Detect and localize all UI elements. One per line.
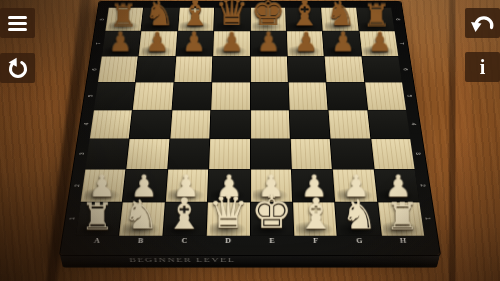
square-e2[interactable]: ♟ (250, 170, 291, 202)
coordinate-label: G (337, 237, 382, 247)
piece-shadow (295, 187, 332, 202)
coordinate-label: 7 (383, 40, 421, 47)
piece-shadow (326, 45, 359, 56)
square-g5[interactable] (327, 83, 367, 110)
board-front-edge: BEGINNER LEVEL (60, 255, 440, 268)
square-d8[interactable]: ♛ (214, 8, 249, 31)
square-d2[interactable]: ♟ (208, 170, 249, 202)
coordinate-label: B (118, 237, 163, 247)
square-f4[interactable] (290, 110, 330, 138)
square-g7[interactable]: ♟ (323, 31, 361, 55)
square-g6[interactable] (325, 56, 364, 82)
coordinate-label: H (381, 237, 426, 247)
info-icon: i (480, 57, 486, 77)
coordinate-label: 8 (83, 16, 120, 23)
coordinate-label: 4 (66, 120, 107, 129)
rotate-board-button[interactable] (0, 53, 35, 83)
menu-button[interactable] (0, 8, 35, 38)
coordinate-label: 6 (75, 65, 114, 73)
coordinate-label: 3 (61, 149, 103, 158)
piece-shadow (216, 21, 247, 32)
coordinate-label: C (162, 237, 206, 247)
piece-shadow (166, 221, 204, 237)
piece-shadow (339, 221, 378, 237)
difficulty-label: BEGINNER LEVEL (129, 257, 236, 263)
piece-white-queen[interactable]: ♛ (208, 192, 249, 235)
piece-shadow (180, 21, 212, 32)
square-c7[interactable]: ♟ (176, 31, 213, 55)
piece-shadow (289, 45, 321, 56)
square-g4[interactable] (329, 110, 370, 138)
piece-black-knight[interactable]: ♞ (144, 0, 174, 30)
square-c4[interactable] (170, 110, 210, 138)
piece-white-bishop[interactable]: ♝ (296, 194, 335, 235)
square-e8[interactable]: ♚ (250, 8, 285, 31)
piece-white-pawn[interactable]: ♟ (215, 172, 242, 201)
piece-white-pawn[interactable]: ♟ (300, 172, 327, 201)
piece-shadow (209, 221, 247, 237)
piece-shadow (122, 221, 161, 237)
square-f6[interactable] (288, 56, 326, 82)
piece-black-pawn[interactable]: ♟ (294, 30, 318, 55)
piece-white-knight[interactable]: ♞ (123, 197, 159, 235)
piece-shadow (324, 21, 356, 32)
piece-black-bishop[interactable]: ♝ (288, 0, 320, 30)
undo-icon (470, 11, 496, 35)
square-g8[interactable]: ♞ (321, 8, 358, 31)
coordinate-label: 8 (380, 16, 417, 23)
square-b5[interactable] (133, 83, 173, 110)
coordinate-label: 5 (70, 92, 110, 100)
board-squares: ♜♞♝♛♚♝♞♜♟♟♟♟♟♟♟♟♟♟♟♟♟♟♟♟♜♞♝♛♚♝♞♜ (76, 8, 424, 236)
square-f1[interactable]: ♝ (293, 202, 337, 235)
coordinate-label: 4 (394, 120, 435, 129)
square-f2[interactable]: ♟ (292, 170, 335, 202)
coordinate-label: 2 (402, 180, 445, 189)
table-surface: ♜♞♝♛♚♝♞♜♟♟♟♟♟♟♟♟♟♟♟♟♟♟♟♟♜♞♝♛♚♝♞♜ 8765432… (0, 0, 500, 281)
square-f3[interactable] (291, 139, 332, 169)
piece-shadow (337, 187, 375, 202)
coordinate-label: D (206, 237, 250, 247)
piece-shadow (126, 187, 164, 202)
piece-shadow (178, 45, 210, 56)
piece-shadow (253, 45, 285, 56)
square-f8[interactable]: ♝ (286, 8, 322, 31)
piece-black-king[interactable]: ♚ (251, 0, 285, 30)
piece-shadow (141, 45, 174, 56)
square-e7[interactable]: ♟ (250, 31, 286, 55)
piece-shadow (211, 187, 248, 202)
piece-shadow (253, 187, 290, 202)
chess-board: ♜♞♝♛♚♝♞♜♟♟♟♟♟♟♟♟♟♟♟♟♟♟♟♟♜♞♝♛♚♝♞♜ 8765432… (60, 1, 440, 255)
coordinate-label: 1 (406, 213, 450, 223)
undo-button[interactable] (465, 8, 500, 38)
square-d6[interactable] (212, 56, 249, 82)
square-e6[interactable] (250, 56, 287, 82)
rank-labels-right: 87654321 (391, 8, 437, 236)
piece-black-pawn[interactable]: ♟ (182, 30, 206, 55)
square-c3[interactable] (168, 139, 209, 169)
piece-white-knight[interactable]: ♞ (341, 197, 377, 235)
square-b1[interactable]: ♞ (119, 202, 164, 235)
square-d3[interactable] (209, 139, 249, 169)
piece-shadow (215, 45, 247, 56)
square-g1[interactable]: ♞ (335, 202, 380, 235)
square-d1[interactable]: ♛ (207, 202, 250, 235)
square-b6[interactable] (136, 56, 175, 82)
coordinate-label: 1 (50, 213, 94, 223)
square-e4[interactable] (250, 110, 289, 138)
square-b2[interactable]: ♟ (123, 170, 167, 202)
piece-black-pawn[interactable]: ♟ (145, 30, 169, 55)
piece-black-queen[interactable]: ♛ (215, 0, 249, 30)
square-c2[interactable]: ♟ (166, 170, 209, 202)
square-c5[interactable] (172, 83, 211, 110)
square-b4[interactable] (130, 110, 171, 138)
piece-white-pawn[interactable]: ♟ (342, 172, 369, 201)
piece-shadow (253, 221, 291, 237)
square-e3[interactable] (250, 139, 290, 169)
coordinate-label: 7 (79, 40, 117, 47)
coordinate-label: A (74, 237, 119, 247)
square-e5[interactable] (250, 83, 288, 110)
piece-white-pawn[interactable]: ♟ (257, 172, 284, 201)
square-f5[interactable] (289, 83, 328, 110)
file-labels-bottom: ABCDEFGH (74, 237, 426, 247)
piece-white-king[interactable]: ♚ (251, 191, 292, 235)
info-button[interactable]: i (465, 52, 500, 82)
piece-white-pawn[interactable]: ♟ (130, 172, 157, 201)
square-c8[interactable]: ♝ (178, 8, 214, 31)
square-b7[interactable]: ♟ (139, 31, 177, 55)
square-c6[interactable] (174, 56, 212, 82)
rank-labels-left: 87654321 (63, 8, 109, 236)
menu-icon (8, 16, 27, 31)
square-g2[interactable]: ♟ (333, 170, 377, 202)
square-g3[interactable] (331, 139, 374, 169)
coordinate-label: 5 (390, 92, 430, 100)
square-f7[interactable]: ♟ (287, 31, 324, 55)
piece-black-pawn[interactable]: ♟ (219, 30, 243, 55)
coordinate-label: E (250, 237, 294, 247)
coordinate-label: 6 (386, 65, 425, 73)
coordinate-label: 3 (397, 149, 439, 158)
piece-shadow (144, 21, 176, 32)
piece-shadow (168, 187, 205, 202)
square-d5[interactable] (211, 83, 249, 110)
piece-black-bishop[interactable]: ♝ (180, 0, 212, 30)
coordinate-label: F (294, 237, 338, 247)
square-c1[interactable]: ♝ (163, 202, 207, 235)
piece-shadow (296, 221, 334, 237)
piece-white-pawn[interactable]: ♟ (173, 172, 200, 201)
square-b8[interactable]: ♞ (142, 8, 179, 31)
square-e1[interactable]: ♚ (250, 202, 293, 235)
piece-black-pawn[interactable]: ♟ (257, 30, 281, 55)
piece-black-pawn[interactable]: ♟ (331, 30, 355, 55)
piece-shadow (288, 21, 320, 32)
piece-white-bishop[interactable]: ♝ (165, 194, 204, 235)
coordinate-label: 2 (55, 180, 98, 189)
square-d7[interactable]: ♟ (213, 31, 249, 55)
piece-shadow (253, 21, 284, 32)
square-b3[interactable] (127, 139, 170, 169)
piece-black-knight[interactable]: ♞ (326, 0, 356, 30)
square-d4[interactable] (210, 110, 249, 138)
rotate-icon (6, 56, 30, 80)
